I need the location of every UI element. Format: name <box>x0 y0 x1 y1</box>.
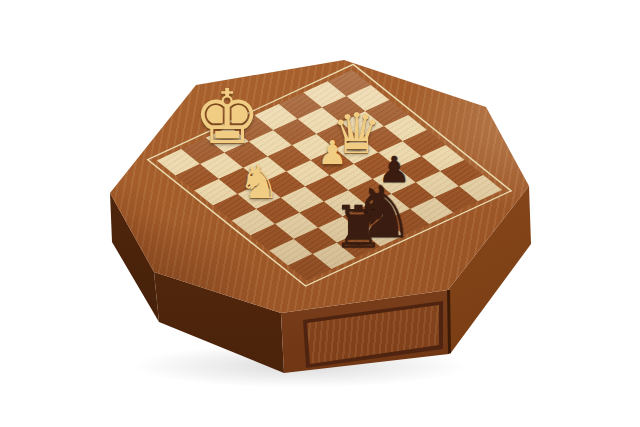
piece-black-rook-h3[interactable]: ♜ <box>332 198 384 256</box>
piece-white-pawn-d5[interactable]: ♟ <box>317 136 347 169</box>
chess-set-photo: ♚♞♟♛♟♞♜ <box>0 0 640 427</box>
piece-white-king-a3[interactable]: ♚ <box>194 80 261 155</box>
piece-white-knight-d2[interactable]: ♞ <box>238 158 280 205</box>
